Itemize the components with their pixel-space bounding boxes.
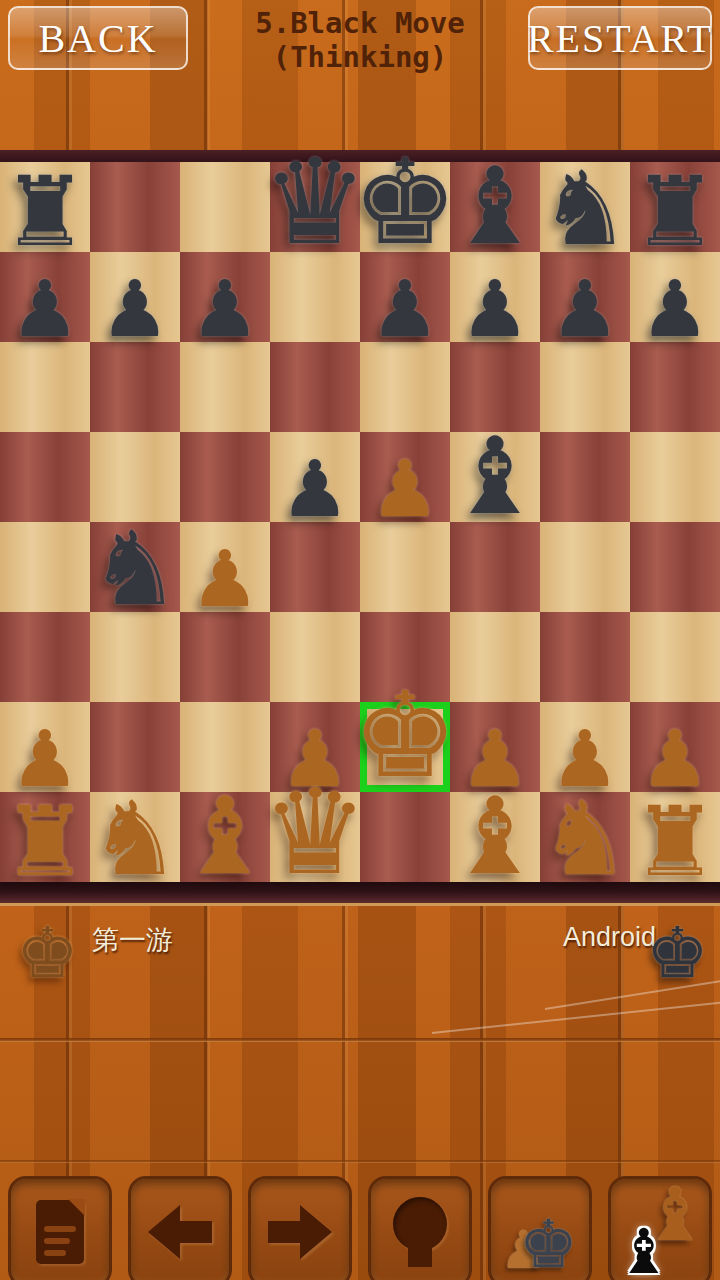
square-f1[interactable]: ♝ — [450, 792, 540, 882]
square-c4[interactable]: ♟ — [180, 522, 270, 612]
square-c5[interactable] — [180, 432, 270, 522]
back-button[interactable]: BACK — [8, 6, 188, 70]
black-pawn-b7[interactable]: ♟ — [100, 270, 170, 348]
square-c1[interactable]: ♝ — [180, 792, 270, 882]
square-g1[interactable]: ♞ — [540, 792, 630, 882]
black-bishop-icon: ♝ — [616, 1221, 672, 1280]
square-a3[interactable] — [0, 612, 90, 702]
redo-move-button[interactable] — [248, 1176, 352, 1280]
right-arrow-icon — [266, 1203, 334, 1261]
left-arrow-icon — [146, 1203, 214, 1261]
square-e8[interactable]: ♚ — [360, 162, 450, 252]
square-e4[interactable] — [360, 522, 450, 612]
chess-board: ♜♛♚♝♞♜♟♟♟♟♟♟♟♟♟♝♞♟♟♟♚♟♟♟♜♞♝♛♝♞♜ — [0, 150, 720, 906]
square-e5[interactable]: ♟ — [360, 432, 450, 522]
square-a1[interactable]: ♜ — [0, 792, 90, 882]
square-e2[interactable]: ♚ — [360, 702, 450, 792]
white-knight-g1[interactable]: ♞ — [539, 788, 630, 890]
move-status-line2: (Thinking) — [180, 40, 540, 74]
square-h5[interactable] — [630, 432, 720, 522]
black-pawn-a7[interactable]: ♟ — [10, 270, 80, 348]
square-e7[interactable]: ♟ — [360, 252, 450, 342]
white-rook-h1[interactable]: ♜ — [632, 794, 718, 890]
square-h4[interactable] — [630, 522, 720, 612]
square-a5[interactable] — [0, 432, 90, 522]
floor-seam — [0, 1160, 720, 1163]
square-g6[interactable] — [540, 342, 630, 432]
square-c8[interactable] — [180, 162, 270, 252]
square-g8[interactable]: ♞ — [540, 162, 630, 252]
white-player-name: 第一游 — [92, 922, 173, 958]
white-bishop-c1[interactable]: ♝ — [177, 784, 272, 890]
black-knight-g8[interactable]: ♞ — [539, 158, 630, 260]
piece-style-button[interactable]: ♟ ♚ — [488, 1176, 592, 1280]
square-h6[interactable] — [630, 342, 720, 432]
floor-scratch — [432, 1002, 720, 1034]
white-queen-d1[interactable]: ♛ — [262, 773, 368, 891]
bishop-logo-icon: ♝ ♝ — [612, 1179, 708, 1280]
square-e6[interactable] — [360, 342, 450, 432]
bulb-icon — [393, 1197, 447, 1267]
square-d5[interactable]: ♟ — [270, 432, 360, 522]
bishop-logo-button[interactable]: ♝ ♝ — [608, 1176, 712, 1280]
black-player-king-icon: ♚ — [646, 918, 709, 988]
square-c7[interactable]: ♟ — [180, 252, 270, 342]
square-d8[interactable]: ♛ — [270, 162, 360, 252]
game-record-button[interactable] — [8, 1176, 112, 1280]
black-pawn-e7[interactable]: ♟ — [370, 270, 440, 348]
black-bishop-f8[interactable]: ♝ — [447, 154, 542, 260]
square-b7[interactable]: ♟ — [90, 252, 180, 342]
square-c6[interactable] — [180, 342, 270, 432]
square-d6[interactable] — [270, 342, 360, 432]
square-d1[interactable]: ♛ — [270, 792, 360, 882]
square-a8[interactable]: ♜ — [0, 162, 90, 252]
square-a7[interactable]: ♟ — [0, 252, 90, 342]
silver-king-icon: ♚ — [519, 1212, 578, 1278]
restart-button[interactable]: RESTART — [528, 6, 712, 70]
black-pawn-h7[interactable]: ♟ — [640, 270, 710, 348]
black-rook-a8[interactable]: ♜ — [2, 164, 88, 260]
square-d4[interactable] — [270, 522, 360, 612]
square-h8[interactable]: ♜ — [630, 162, 720, 252]
white-rook-a1[interactable]: ♜ — [2, 794, 88, 890]
square-f3[interactable] — [450, 612, 540, 702]
square-h1[interactable]: ♜ — [630, 792, 720, 882]
square-h7[interactable]: ♟ — [630, 252, 720, 342]
square-b6[interactable] — [90, 342, 180, 432]
square-a2[interactable]: ♟ — [0, 702, 90, 792]
black-pawn-g7[interactable]: ♟ — [550, 270, 620, 348]
white-pawn-c4[interactable]: ♟ — [190, 540, 260, 618]
square-g4[interactable] — [540, 522, 630, 612]
black-player-name: Android — [563, 922, 656, 953]
square-f5[interactable]: ♝ — [450, 432, 540, 522]
move-status: 5.Black Move (Thinking) — [180, 6, 540, 74]
square-d3[interactable] — [270, 612, 360, 702]
black-pawn-c7[interactable]: ♟ — [190, 270, 260, 348]
hint-button[interactable] — [368, 1176, 472, 1280]
square-c3[interactable] — [180, 612, 270, 702]
square-a6[interactable] — [0, 342, 90, 432]
black-knight-b4[interactable]: ♞ — [89, 518, 180, 620]
square-h3[interactable] — [630, 612, 720, 702]
floor-seam — [0, 1038, 720, 1042]
move-status-line1: 5.Black Move — [180, 6, 540, 40]
white-bishop-f1[interactable]: ♝ — [447, 784, 542, 890]
board-squares: ♜♛♚♝♞♜♟♟♟♟♟♟♟♟♟♝♞♟♟♟♚♟♟♟♜♞♝♛♝♞♜ — [0, 162, 720, 882]
square-b8[interactable] — [90, 162, 180, 252]
piece-pair-icon: ♟ ♚ — [494, 1182, 586, 1280]
document-icon — [36, 1200, 84, 1264]
square-e1[interactable] — [360, 792, 450, 882]
square-b4[interactable]: ♞ — [90, 522, 180, 612]
undo-move-button[interactable] — [128, 1176, 232, 1280]
square-f8[interactable]: ♝ — [450, 162, 540, 252]
black-bishop-f5[interactable]: ♝ — [447, 424, 542, 530]
black-pawn-f7[interactable]: ♟ — [460, 270, 530, 348]
black-pawn-d5[interactable]: ♟ — [280, 450, 350, 528]
square-g7[interactable]: ♟ — [540, 252, 630, 342]
white-knight-b1[interactable]: ♞ — [89, 788, 180, 890]
black-king-e8[interactable]: ♚ — [352, 143, 458, 261]
black-rook-h8[interactable]: ♜ — [632, 164, 718, 260]
square-h2[interactable]: ♟ — [630, 702, 720, 792]
square-a4[interactable] — [0, 522, 90, 612]
white-player-king-icon: ♚ — [16, 918, 79, 988]
square-g5[interactable] — [540, 432, 630, 522]
square-f7[interactable]: ♟ — [450, 252, 540, 342]
white-pawn-e5[interactable]: ♟ — [370, 450, 440, 528]
square-g3[interactable] — [540, 612, 630, 702]
square-b1[interactable]: ♞ — [90, 792, 180, 882]
